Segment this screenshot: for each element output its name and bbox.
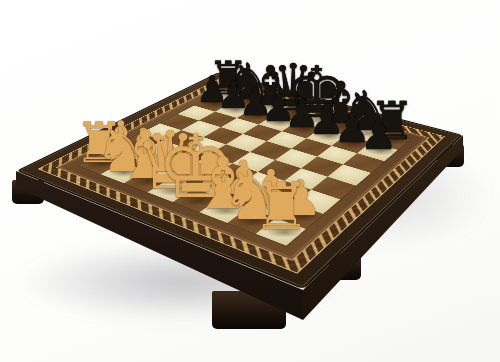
frame-inlay-band	[38, 78, 445, 274]
photo-scene: ♜♞♝♛♚♝♞♜♟♟♟♟♟♟♟♟♟♟♟♟♟♟♟♟♜♞♝♛♚♝♞♜	[0, 0, 500, 362]
chess-board	[16, 72, 463, 290]
